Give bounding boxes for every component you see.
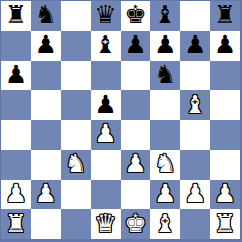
square-b3[interactable] [31, 150, 61, 180]
square-f7[interactable]: ♟ [150, 31, 180, 61]
square-f5[interactable] [150, 90, 180, 120]
square-b7[interactable]: ♟ [31, 31, 61, 61]
square-g2[interactable]: ♟ [180, 180, 210, 210]
square-e7[interactable]: ♟ [121, 31, 151, 61]
white-pawn-a2[interactable]: ♟ [5, 181, 27, 206]
square-f1[interactable]: ♝ [150, 209, 180, 239]
square-c3[interactable]: ♞ [61, 150, 91, 180]
square-g7[interactable]: ♟ [180, 31, 210, 61]
square-d3[interactable] [91, 150, 121, 180]
square-e1[interactable]: ♚ [121, 209, 151, 239]
black-knight-b8[interactable]: ♞ [35, 2, 57, 27]
square-g5[interactable]: ♝ [180, 90, 210, 120]
square-c2[interactable] [61, 180, 91, 210]
square-b8[interactable]: ♞ [31, 1, 61, 31]
square-f8[interactable]: ♝ [150, 1, 180, 31]
black-bishop-d7[interactable]: ♝ [94, 32, 116, 57]
square-e2[interactable] [121, 180, 151, 210]
square-d1[interactable]: ♛ [91, 209, 121, 239]
black-pawn-g7[interactable]: ♟ [184, 32, 206, 57]
square-e3[interactable]: ♟ [121, 150, 151, 180]
square-c5[interactable] [61, 90, 91, 120]
square-a7[interactable] [1, 31, 31, 61]
square-a2[interactable]: ♟ [1, 180, 31, 210]
square-h1[interactable]: ♜ [210, 209, 240, 239]
square-f4[interactable] [150, 120, 180, 150]
square-e6[interactable] [121, 61, 151, 91]
square-e5[interactable] [121, 90, 151, 120]
square-f6[interactable]: ♞ [150, 61, 180, 91]
square-a3[interactable] [1, 150, 31, 180]
square-b4[interactable] [31, 120, 61, 150]
white-knight-f3[interactable]: ♞ [154, 151, 176, 176]
black-pawn-h7[interactable]: ♟ [214, 32, 236, 57]
white-pawn-g2[interactable]: ♟ [184, 181, 206, 206]
square-d2[interactable] [91, 180, 121, 210]
square-h4[interactable] [210, 120, 240, 150]
square-c6[interactable] [61, 61, 91, 91]
square-d6[interactable] [91, 61, 121, 91]
square-f3[interactable]: ♞ [150, 150, 180, 180]
black-pawn-d5[interactable]: ♟ [94, 92, 116, 117]
white-pawn-e3[interactable]: ♟ [124, 151, 146, 176]
square-c8[interactable] [61, 1, 91, 31]
white-king-e1[interactable]: ♚ [124, 211, 146, 236]
square-g4[interactable] [180, 120, 210, 150]
square-g6[interactable] [180, 61, 210, 91]
black-king-e8[interactable]: ♚ [124, 2, 146, 27]
square-b6[interactable] [31, 61, 61, 91]
black-knight-f6[interactable]: ♞ [154, 62, 176, 87]
square-d7[interactable]: ♝ [91, 31, 121, 61]
white-bishop-f1[interactable]: ♝ [154, 211, 176, 236]
square-a8[interactable]: ♜ [1, 1, 31, 31]
square-h7[interactable]: ♟ [210, 31, 240, 61]
square-g1[interactable] [180, 209, 210, 239]
white-bishop-g5[interactable]: ♝ [184, 92, 206, 117]
square-a1[interactable]: ♜ [1, 209, 31, 239]
black-queen-d8[interactable]: ♛ [94, 2, 116, 27]
black-pawn-b7[interactable]: ♟ [35, 32, 57, 57]
square-h5[interactable] [210, 90, 240, 120]
white-knight-c3[interactable]: ♞ [64, 151, 86, 176]
square-g8[interactable] [180, 1, 210, 31]
black-rook-a8[interactable]: ♜ [5, 2, 27, 27]
chess-board: ♜♞♛♚♝♜♟♝♟♟♟♟♟♞♟♝♟♞♟♞♟♟♟♟♟♜♛♚♝♜ [0, 0, 242, 242]
square-d8[interactable]: ♛ [91, 1, 121, 31]
black-pawn-e7[interactable]: ♟ [124, 32, 146, 57]
square-e4[interactable] [121, 120, 151, 150]
square-a4[interactable] [1, 120, 31, 150]
square-e8[interactable]: ♚ [121, 1, 151, 31]
square-h8[interactable]: ♜ [210, 1, 240, 31]
square-b1[interactable] [31, 209, 61, 239]
square-a6[interactable]: ♟ [1, 61, 31, 91]
square-a5[interactable] [1, 90, 31, 120]
white-rook-h1[interactable]: ♜ [214, 211, 236, 236]
square-h2[interactable]: ♟ [210, 180, 240, 210]
white-pawn-d4[interactable]: ♟ [94, 121, 116, 146]
white-pawn-f2[interactable]: ♟ [154, 181, 176, 206]
square-d4[interactable]: ♟ [91, 120, 121, 150]
black-bishop-f8[interactable]: ♝ [154, 2, 176, 27]
square-c4[interactable] [61, 120, 91, 150]
white-pawn-h2[interactable]: ♟ [214, 181, 236, 206]
white-queen-d1[interactable]: ♛ [94, 211, 116, 236]
black-pawn-f7[interactable]: ♟ [154, 32, 176, 57]
square-c7[interactable] [61, 31, 91, 61]
square-b2[interactable]: ♟ [31, 180, 61, 210]
square-c1[interactable] [61, 209, 91, 239]
white-rook-a1[interactable]: ♜ [5, 211, 27, 236]
black-rook-h8[interactable]: ♜ [214, 2, 236, 27]
square-b5[interactable] [31, 90, 61, 120]
square-g3[interactable] [180, 150, 210, 180]
black-pawn-a6[interactable]: ♟ [5, 62, 27, 87]
square-d5[interactable]: ♟ [91, 90, 121, 120]
white-pawn-b2[interactable]: ♟ [35, 181, 57, 206]
chess-board-container: ♜♞♛♚♝♜♟♝♟♟♟♟♟♞♟♝♟♞♟♞♟♟♟♟♟♜♛♚♝♜ [0, 0, 242, 242]
square-h3[interactable] [210, 150, 240, 180]
square-f2[interactable]: ♟ [150, 180, 180, 210]
square-h6[interactable] [210, 61, 240, 91]
